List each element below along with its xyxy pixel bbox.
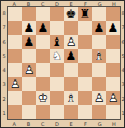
file-labels-bottom: ABCDEFGH <box>7 121 121 128</box>
white-pawn-outline: ♙ <box>64 35 78 49</box>
rank-label-8: 8 <box>120 6 125 20</box>
square-d5[interactable]: ♞♘ <box>50 49 64 63</box>
piece-white-pawn[interactable]: ♟♙ <box>92 91 106 105</box>
square-e4[interactable] <box>64 63 78 77</box>
square-f7[interactable] <box>78 21 92 35</box>
file-label-h: H <box>107 121 121 128</box>
square-a4[interactable] <box>8 63 22 77</box>
square-d7[interactable] <box>50 21 64 35</box>
white-bishop-outline: ♗ <box>92 49 106 63</box>
square-a8[interactable] <box>8 7 22 21</box>
square-d8[interactable] <box>50 7 64 21</box>
file-label-c: C <box>36 121 50 128</box>
piece-white-knight[interactable]: ♞♘ <box>50 49 64 63</box>
square-a7[interactable] <box>8 21 22 35</box>
square-c5[interactable] <box>36 49 50 63</box>
square-d2[interactable] <box>50 91 64 105</box>
piece-white-bishop[interactable]: ♝♗ <box>64 91 78 105</box>
square-h8[interactable] <box>106 7 120 21</box>
piece-black-pawn[interactable]: ♟ <box>22 21 36 35</box>
piece-white-pawn[interactable]: ♟♙ <box>8 77 22 91</box>
piece-black-pawn[interactable]: ♟ <box>92 21 106 35</box>
square-g8[interactable] <box>92 7 106 21</box>
square-c2[interactable]: ♚♔ <box>36 91 50 105</box>
piece-black-rook[interactable]: ♜ <box>78 7 92 21</box>
square-a5[interactable] <box>8 49 22 63</box>
square-g1[interactable] <box>92 105 106 119</box>
square-e3[interactable] <box>64 77 78 91</box>
square-h6[interactable] <box>106 35 120 49</box>
square-f8[interactable]: ♜ <box>78 7 92 21</box>
square-b8[interactable] <box>22 7 36 21</box>
square-h1[interactable] <box>106 105 120 119</box>
square-b4[interactable]: ♟♙ <box>22 63 36 77</box>
square-f5[interactable] <box>78 49 92 63</box>
rank-labels-right: 87654321 <box>120 6 125 120</box>
piece-black-king[interactable]: ♚ <box>64 7 78 21</box>
white-pawn-outline: ♙ <box>22 63 36 77</box>
square-e2[interactable]: ♝♗ <box>64 91 78 105</box>
piece-white-king[interactable]: ♚♔ <box>36 91 50 105</box>
square-a2[interactable] <box>8 91 22 105</box>
square-a6[interactable] <box>8 35 22 49</box>
file-label-a: A <box>7 121 21 128</box>
piece-black-pawn[interactable]: ♟ <box>64 49 78 63</box>
square-h4[interactable] <box>106 63 120 77</box>
square-g5[interactable]: ♝♗ <box>92 49 106 63</box>
rank-label-6: 6 <box>120 35 125 49</box>
square-b7[interactable]: ♟ <box>22 21 36 35</box>
piece-white-bishop[interactable]: ♝♗ <box>92 49 106 63</box>
square-e8[interactable]: ♚ <box>64 7 78 21</box>
white-pawn-outline: ♙ <box>8 77 22 91</box>
piece-white-pawn[interactable]: ♟♙ <box>22 63 36 77</box>
square-g6[interactable] <box>92 35 106 49</box>
rank-label-3: 3 <box>120 77 125 91</box>
file-label-d: D <box>50 121 64 128</box>
piece-black-pawn[interactable]: ♟ <box>22 35 36 49</box>
rank-label-2: 2 <box>120 92 125 106</box>
chess-board-frame: ABCDEFGH 87654321 ♚♜♟♟♟♟♟♝♟♙♞♘♟♝♗♟♙♟♙♚♔♝… <box>0 0 125 128</box>
square-b3[interactable] <box>22 77 36 91</box>
white-king-outline: ♔ <box>36 91 50 105</box>
square-d3[interactable] <box>50 77 64 91</box>
square-f2[interactable] <box>78 91 92 105</box>
white-pawn-outline: ♙ <box>92 91 106 105</box>
square-g4[interactable] <box>92 63 106 77</box>
square-f6[interactable] <box>78 35 92 49</box>
rank-label-7: 7 <box>120 20 125 34</box>
square-c1[interactable] <box>36 105 50 119</box>
square-c6[interactable] <box>36 35 50 49</box>
file-label-b: B <box>21 121 35 128</box>
square-c8[interactable] <box>36 7 50 21</box>
square-f4[interactable] <box>78 63 92 77</box>
square-g2[interactable]: ♟♙ <box>92 91 106 105</box>
square-c3[interactable] <box>36 77 50 91</box>
square-e6[interactable]: ♟♙ <box>64 35 78 49</box>
square-d1[interactable] <box>50 105 64 119</box>
piece-black-pawn[interactable]: ♟ <box>36 21 50 35</box>
square-b5[interactable] <box>22 49 36 63</box>
square-g3[interactable] <box>92 77 106 91</box>
square-g7[interactable]: ♟ <box>92 21 106 35</box>
square-f3[interactable] <box>78 77 92 91</box>
square-e1[interactable] <box>64 105 78 119</box>
square-a1[interactable] <box>8 105 22 119</box>
square-e5[interactable]: ♟ <box>64 49 78 63</box>
piece-white-pawn[interactable]: ♟♙ <box>106 91 120 105</box>
square-d6[interactable]: ♝ <box>50 35 64 49</box>
rank-label-5: 5 <box>120 49 125 63</box>
rank-label-1: 1 <box>120 106 125 120</box>
square-h7[interactable]: ♟ <box>106 21 120 35</box>
square-h2[interactable]: ♟♙ <box>106 91 120 105</box>
piece-black-pawn[interactable]: ♟ <box>106 21 120 35</box>
piece-white-pawn[interactable]: ♟♙ <box>64 35 78 49</box>
white-knight-outline: ♘ <box>50 49 64 63</box>
white-pawn-outline: ♙ <box>106 91 120 105</box>
chess-board: ♚♜♟♟♟♟♟♝♟♙♞♘♟♝♗♟♙♟♙♚♔♝♗♟♙♟♙ <box>7 6 121 120</box>
file-label-e: E <box>64 121 78 128</box>
square-d4[interactable] <box>50 63 64 77</box>
piece-black-bishop[interactable]: ♝ <box>50 35 64 49</box>
file-label-f: F <box>78 121 92 128</box>
square-f1[interactable] <box>78 105 92 119</box>
square-b1[interactable] <box>22 105 36 119</box>
square-e7[interactable] <box>64 21 78 35</box>
rank-label-4: 4 <box>120 63 125 77</box>
square-a3[interactable]: ♟♙ <box>8 77 22 91</box>
square-b6[interactable]: ♟ <box>22 35 36 49</box>
square-h3[interactable] <box>106 77 120 91</box>
white-bishop-outline: ♗ <box>64 91 78 105</box>
file-label-g: G <box>93 121 107 128</box>
square-c4[interactable] <box>36 63 50 77</box>
square-c7[interactable]: ♟ <box>36 21 50 35</box>
square-b2[interactable] <box>22 91 36 105</box>
square-h5[interactable] <box>106 49 120 63</box>
